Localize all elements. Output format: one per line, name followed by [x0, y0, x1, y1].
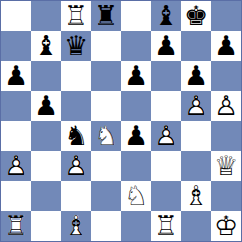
- white-king-h1: ♚♔: [211, 211, 241, 241]
- black-pawn-f7: ♟: [151, 31, 181, 61]
- square-a8[interactable]: [1, 1, 31, 31]
- black-pawn-fill-glyph: ♟: [121, 121, 151, 151]
- white-pawn-outline-glyph: ♙: [151, 121, 181, 151]
- square-e2[interactable]: ♞♘: [121, 181, 151, 211]
- square-e4[interactable]: ♟: [121, 121, 151, 151]
- square-c2[interactable]: [61, 181, 91, 211]
- white-pawn-f4: ♟♙: [151, 121, 181, 151]
- square-a6[interactable]: ♟: [1, 61, 31, 91]
- square-e7[interactable]: [121, 31, 151, 61]
- square-f7[interactable]: ♟: [151, 31, 181, 61]
- white-knight-outline-glyph: ♘: [91, 121, 121, 151]
- square-g6[interactable]: ♟: [181, 61, 211, 91]
- white-knight-outline-glyph: ♘: [121, 181, 151, 211]
- square-b8[interactable]: [31, 1, 61, 31]
- square-a7[interactable]: [1, 31, 31, 61]
- black-knight-c4: ♞: [61, 121, 91, 151]
- white-pawn-outline-glyph: ♙: [1, 151, 31, 181]
- square-g7[interactable]: [181, 31, 211, 61]
- white-rook-fill-glyph: ♜: [61, 1, 91, 31]
- square-d6[interactable]: [91, 61, 121, 91]
- black-pawn-b5: ♟: [31, 91, 61, 121]
- chess-board: ♜♖♜♝♚♝♛♟♟♟♟♟♟♟♙♟♙♞♞♘♟♟♙♟♙♟♙♛♕♞♘♝♗♜♖♝♗♜♖♚…: [0, 0, 242, 242]
- square-f8[interactable]: ♝: [151, 1, 181, 31]
- white-bishop-fill-glyph: ♝: [181, 181, 211, 211]
- square-c3[interactable]: ♟♙: [61, 151, 91, 181]
- square-d2[interactable]: [91, 181, 121, 211]
- white-rook-f1: ♜♖: [151, 211, 181, 241]
- white-pawn-h5: ♟♙: [211, 91, 241, 121]
- square-f6[interactable]: [151, 61, 181, 91]
- square-h7[interactable]: ♟: [211, 31, 241, 61]
- square-b1[interactable]: [31, 211, 61, 241]
- square-b5[interactable]: ♟: [31, 91, 61, 121]
- black-pawn-h7: ♟: [211, 31, 241, 61]
- white-knight-fill-glyph: ♞: [121, 181, 151, 211]
- square-d7[interactable]: [91, 31, 121, 61]
- square-b6[interactable]: [31, 61, 61, 91]
- square-e3[interactable]: [121, 151, 151, 181]
- square-c7[interactable]: ♛: [61, 31, 91, 61]
- black-bishop-fill-glyph: ♝: [31, 31, 61, 61]
- black-pawn-a6: ♟: [1, 61, 31, 91]
- black-pawn-e4: ♟: [121, 121, 151, 151]
- white-knight-e2: ♞♘: [121, 181, 151, 211]
- white-pawn-fill-glyph: ♟: [1, 151, 31, 181]
- square-g2[interactable]: ♝♗: [181, 181, 211, 211]
- white-rook-outline-glyph: ♖: [61, 1, 91, 31]
- white-bishop-outline-glyph: ♗: [61, 211, 91, 241]
- square-f4[interactable]: ♟♙: [151, 121, 181, 151]
- square-e1[interactable]: [121, 211, 151, 241]
- white-rook-outline-glyph: ♖: [151, 211, 181, 241]
- black-bishop-f8: ♝: [151, 1, 181, 31]
- square-d4[interactable]: ♞♘: [91, 121, 121, 151]
- square-h4[interactable]: [211, 121, 241, 151]
- square-b4[interactable]: [31, 121, 61, 151]
- square-e8[interactable]: [121, 1, 151, 31]
- square-c1[interactable]: ♝♗: [61, 211, 91, 241]
- black-pawn-e6: ♟: [121, 61, 151, 91]
- square-f1[interactable]: ♜♖: [151, 211, 181, 241]
- square-c8[interactable]: ♜♖: [61, 1, 91, 31]
- square-c5[interactable]: [61, 91, 91, 121]
- white-pawn-fill-glyph: ♟: [61, 151, 91, 181]
- white-king-outline-glyph: ♔: [211, 211, 241, 241]
- square-f2[interactable]: [151, 181, 181, 211]
- square-h3[interactable]: ♛♕: [211, 151, 241, 181]
- black-pawn-fill-glyph: ♟: [151, 31, 181, 61]
- white-rook-a1: ♜♖: [1, 211, 31, 241]
- black-pawn-g6: ♟: [181, 61, 211, 91]
- black-pawn-fill-glyph: ♟: [31, 91, 61, 121]
- square-h8[interactable]: [211, 1, 241, 31]
- black-bishop-fill-glyph: ♝: [151, 1, 181, 31]
- square-a4[interactable]: [1, 121, 31, 151]
- black-pawn-fill-glyph: ♟: [211, 31, 241, 61]
- square-f5[interactable]: [151, 91, 181, 121]
- square-h6[interactable]: [211, 61, 241, 91]
- black-pawn-fill-glyph: ♟: [121, 61, 151, 91]
- white-pawn-outline-glyph: ♙: [61, 151, 91, 181]
- white-knight-d4: ♞♘: [91, 121, 121, 151]
- white-pawn-c3: ♟♙: [61, 151, 91, 181]
- black-pawn-fill-glyph: ♟: [1, 61, 31, 91]
- white-queen-fill-glyph: ♛: [211, 151, 241, 181]
- square-c4[interactable]: ♞: [61, 121, 91, 151]
- white-bishop-outline-glyph: ♗: [181, 181, 211, 211]
- white-pawn-outline-glyph: ♙: [211, 91, 241, 121]
- white-bishop-fill-glyph: ♝: [61, 211, 91, 241]
- white-rook-c8: ♜♖: [61, 1, 91, 31]
- white-knight-fill-glyph: ♞: [91, 121, 121, 151]
- square-e5[interactable]: [121, 91, 151, 121]
- square-d8[interactable]: ♜: [91, 1, 121, 31]
- black-queen-c7: ♛: [61, 31, 91, 61]
- black-knight-fill-glyph: ♞: [61, 121, 91, 151]
- square-d1[interactable]: [91, 211, 121, 241]
- square-e6[interactable]: ♟: [121, 61, 151, 91]
- white-pawn-fill-glyph: ♟: [181, 91, 211, 121]
- black-rook-d8: ♜: [91, 1, 121, 31]
- white-pawn-fill-glyph: ♟: [211, 91, 241, 121]
- square-b2[interactable]: [31, 181, 61, 211]
- square-g8[interactable]: ♚: [181, 1, 211, 31]
- square-g3[interactable]: [181, 151, 211, 181]
- square-h2[interactable]: [211, 181, 241, 211]
- square-a3[interactable]: ♟♙: [1, 151, 31, 181]
- square-b7[interactable]: ♝: [31, 31, 61, 61]
- square-a5[interactable]: [1, 91, 31, 121]
- white-rook-outline-glyph: ♖: [1, 211, 31, 241]
- black-queen-fill-glyph: ♛: [61, 31, 91, 61]
- square-g5[interactable]: ♟♙: [181, 91, 211, 121]
- white-pawn-fill-glyph: ♟: [151, 121, 181, 151]
- white-rook-fill-glyph: ♜: [151, 211, 181, 241]
- white-king-fill-glyph: ♚: [211, 211, 241, 241]
- square-b3[interactable]: [31, 151, 61, 181]
- white-queen-h3: ♛♕: [211, 151, 241, 181]
- black-king-g8: ♚: [181, 1, 211, 31]
- square-c6[interactable]: [61, 61, 91, 91]
- white-bishop-c1: ♝♗: [61, 211, 91, 241]
- square-d3[interactable]: [91, 151, 121, 181]
- square-h1[interactable]: ♚♔: [211, 211, 241, 241]
- square-g4[interactable]: [181, 121, 211, 151]
- black-pawn-fill-glyph: ♟: [181, 61, 211, 91]
- white-pawn-outline-glyph: ♙: [181, 91, 211, 121]
- white-pawn-g5: ♟♙: [181, 91, 211, 121]
- square-h5[interactable]: ♟♙: [211, 91, 241, 121]
- white-rook-fill-glyph: ♜: [1, 211, 31, 241]
- white-pawn-a3: ♟♙: [1, 151, 31, 181]
- square-a1[interactable]: ♜♖: [1, 211, 31, 241]
- white-bishop-g2: ♝♗: [181, 181, 211, 211]
- black-bishop-b7: ♝: [31, 31, 61, 61]
- square-d5[interactable]: [91, 91, 121, 121]
- white-queen-outline-glyph: ♕: [211, 151, 241, 181]
- square-g1[interactable]: [181, 211, 211, 241]
- square-f3[interactable]: [151, 151, 181, 181]
- square-a2[interactable]: [1, 181, 31, 211]
- black-rook-fill-glyph: ♜: [91, 1, 121, 31]
- black-king-fill-glyph: ♚: [181, 1, 211, 31]
